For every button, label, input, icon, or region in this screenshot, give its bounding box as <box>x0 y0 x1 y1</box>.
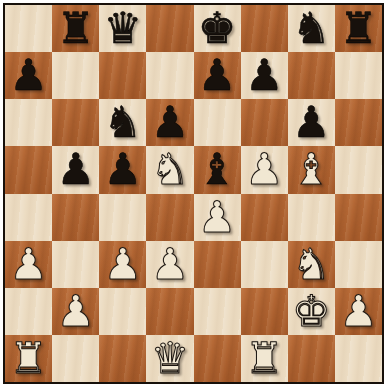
piece-white-pawn: ♟ <box>151 243 190 286</box>
piece-white-pawn: ♟ <box>198 196 237 239</box>
piece-black-queen: ♛ <box>104 7 143 50</box>
square-g2[interactable]: ♚ <box>288 288 335 335</box>
square-f1[interactable]: ♜ <box>241 335 288 382</box>
board-border: ♜♛♚♞♜♟♟♟♞♟♟♟♟♞♝♟♝♟♟♟♟♞♟♚♟♜♛♜ <box>3 3 384 384</box>
piece-black-rook: ♜ <box>339 7 378 50</box>
piece-black-rook: ♜ <box>56 7 95 50</box>
square-e6[interactable] <box>194 99 241 146</box>
piece-white-rook: ♜ <box>245 337 284 380</box>
piece-black-pawn: ♟ <box>292 101 331 144</box>
square-b8[interactable]: ♜ <box>52 5 99 52</box>
square-c3[interactable]: ♟ <box>99 241 146 288</box>
square-h5[interactable] <box>335 146 382 193</box>
piece-white-pawn: ♟ <box>245 148 284 191</box>
square-h7[interactable] <box>335 52 382 99</box>
piece-black-king: ♚ <box>198 7 237 50</box>
piece-white-rook: ♜ <box>9 337 48 380</box>
square-g1[interactable] <box>288 335 335 382</box>
square-f7[interactable]: ♟ <box>241 52 288 99</box>
piece-white-knight: ♞ <box>151 148 190 191</box>
square-h6[interactable] <box>335 99 382 146</box>
piece-white-pawn: ♟ <box>339 290 378 333</box>
square-d8[interactable] <box>146 5 193 52</box>
piece-black-pawn: ♟ <box>56 148 95 191</box>
piece-white-bishop: ♝ <box>292 148 331 191</box>
square-e5[interactable]: ♝ <box>194 146 241 193</box>
square-c4[interactable] <box>99 194 146 241</box>
square-a3[interactable]: ♟ <box>5 241 52 288</box>
piece-black-pawn: ♟ <box>198 54 237 97</box>
square-d2[interactable] <box>146 288 193 335</box>
square-f3[interactable] <box>241 241 288 288</box>
square-b5[interactable]: ♟ <box>52 146 99 193</box>
square-f4[interactable] <box>241 194 288 241</box>
square-g4[interactable] <box>288 194 335 241</box>
square-a1[interactable]: ♜ <box>5 335 52 382</box>
square-h1[interactable] <box>335 335 382 382</box>
piece-black-knight: ♞ <box>104 101 143 144</box>
square-c8[interactable]: ♛ <box>99 5 146 52</box>
square-a5[interactable] <box>5 146 52 193</box>
square-g8[interactable]: ♞ <box>288 5 335 52</box>
square-d4[interactable] <box>146 194 193 241</box>
square-e3[interactable] <box>194 241 241 288</box>
piece-white-pawn: ♟ <box>104 243 143 286</box>
piece-black-pawn: ♟ <box>151 101 190 144</box>
square-h8[interactable]: ♜ <box>335 5 382 52</box>
square-d6[interactable]: ♟ <box>146 99 193 146</box>
square-a7[interactable]: ♟ <box>5 52 52 99</box>
piece-white-pawn: ♟ <box>9 243 48 286</box>
square-c7[interactable] <box>99 52 146 99</box>
piece-white-knight: ♞ <box>292 243 331 286</box>
piece-black-bishop: ♝ <box>198 148 237 191</box>
piece-black-pawn: ♟ <box>104 148 143 191</box>
square-e2[interactable] <box>194 288 241 335</box>
square-b7[interactable] <box>52 52 99 99</box>
square-c6[interactable]: ♞ <box>99 99 146 146</box>
square-g5[interactable]: ♝ <box>288 146 335 193</box>
square-b4[interactable] <box>52 194 99 241</box>
square-g7[interactable] <box>288 52 335 99</box>
square-b1[interactable] <box>52 335 99 382</box>
square-b2[interactable]: ♟ <box>52 288 99 335</box>
square-e1[interactable] <box>194 335 241 382</box>
square-c2[interactable] <box>99 288 146 335</box>
chess-board-frame: ♜♛♚♞♜♟♟♟♞♟♟♟♟♞♝♟♝♟♟♟♟♞♟♚♟♜♛♜ <box>0 0 387 387</box>
square-c1[interactable] <box>99 335 146 382</box>
square-f6[interactable] <box>241 99 288 146</box>
piece-black-pawn: ♟ <box>9 54 48 97</box>
square-f5[interactable]: ♟ <box>241 146 288 193</box>
square-e8[interactable]: ♚ <box>194 5 241 52</box>
piece-white-king: ♚ <box>292 290 331 333</box>
square-g6[interactable]: ♟ <box>288 99 335 146</box>
piece-white-pawn: ♟ <box>56 290 95 333</box>
square-d5[interactable]: ♞ <box>146 146 193 193</box>
piece-black-knight: ♞ <box>292 7 331 50</box>
square-e7[interactable]: ♟ <box>194 52 241 99</box>
square-h2[interactable]: ♟ <box>335 288 382 335</box>
square-f8[interactable] <box>241 5 288 52</box>
square-g3[interactable]: ♞ <box>288 241 335 288</box>
square-h4[interactable] <box>335 194 382 241</box>
square-h3[interactable] <box>335 241 382 288</box>
square-e4[interactable]: ♟ <box>194 194 241 241</box>
square-c5[interactable]: ♟ <box>99 146 146 193</box>
square-d1[interactable]: ♛ <box>146 335 193 382</box>
square-a6[interactable] <box>5 99 52 146</box>
square-f2[interactable] <box>241 288 288 335</box>
square-d7[interactable] <box>146 52 193 99</box>
square-a4[interactable] <box>5 194 52 241</box>
square-b6[interactable] <box>52 99 99 146</box>
square-a8[interactable] <box>5 5 52 52</box>
piece-black-pawn: ♟ <box>245 54 284 97</box>
square-a2[interactable] <box>5 288 52 335</box>
square-b3[interactable] <box>52 241 99 288</box>
chess-board: ♜♛♚♞♜♟♟♟♞♟♟♟♟♞♝♟♝♟♟♟♟♞♟♚♟♜♛♜ <box>5 5 382 382</box>
square-d3[interactable]: ♟ <box>146 241 193 288</box>
piece-white-queen: ♛ <box>151 337 190 380</box>
